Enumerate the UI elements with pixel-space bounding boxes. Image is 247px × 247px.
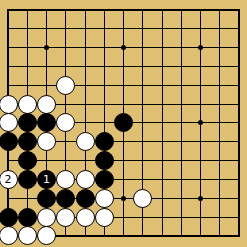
move-number-label: 1 — [43, 174, 50, 185]
go-board[interactable]: 21 — [0, 0, 247, 247]
stone-white — [56, 208, 75, 227]
stone-white — [18, 95, 37, 114]
stone-black — [37, 189, 56, 208]
stone-black — [0, 132, 18, 151]
stone-black — [56, 189, 75, 208]
move-number-label: 2 — [5, 174, 12, 185]
grid-line-vertical — [162, 10, 163, 236]
stone-white — [95, 189, 114, 208]
grid-line-horizontal — [8, 160, 239, 161]
stone-black — [18, 132, 37, 151]
stone-white — [133, 189, 152, 208]
stone-white — [76, 208, 95, 227]
stone-black — [95, 151, 114, 170]
stone-white: 2 — [0, 170, 18, 189]
stone-white — [0, 95, 18, 114]
stone-black — [76, 189, 95, 208]
stone-white — [76, 170, 95, 189]
stone-black — [18, 208, 37, 227]
stone-black — [0, 208, 18, 227]
stone-black — [18, 170, 37, 189]
stone-black — [95, 132, 114, 151]
stone-white — [76, 132, 95, 151]
stone-white — [56, 76, 75, 95]
stone-white — [37, 95, 56, 114]
stone-white — [37, 226, 56, 245]
stone-black — [95, 170, 114, 189]
star-point — [198, 196, 203, 201]
stone-white — [37, 208, 56, 227]
go-board-diagram: 21 — [0, 0, 247, 247]
star-point — [121, 196, 126, 201]
stone-white — [0, 226, 18, 245]
grid-line-vertical — [219, 10, 220, 236]
stone-black: 1 — [37, 170, 56, 189]
stone-white — [95, 208, 114, 227]
grid-line-vertical — [181, 10, 182, 236]
stone-white — [18, 226, 37, 245]
stone-black — [18, 151, 37, 170]
